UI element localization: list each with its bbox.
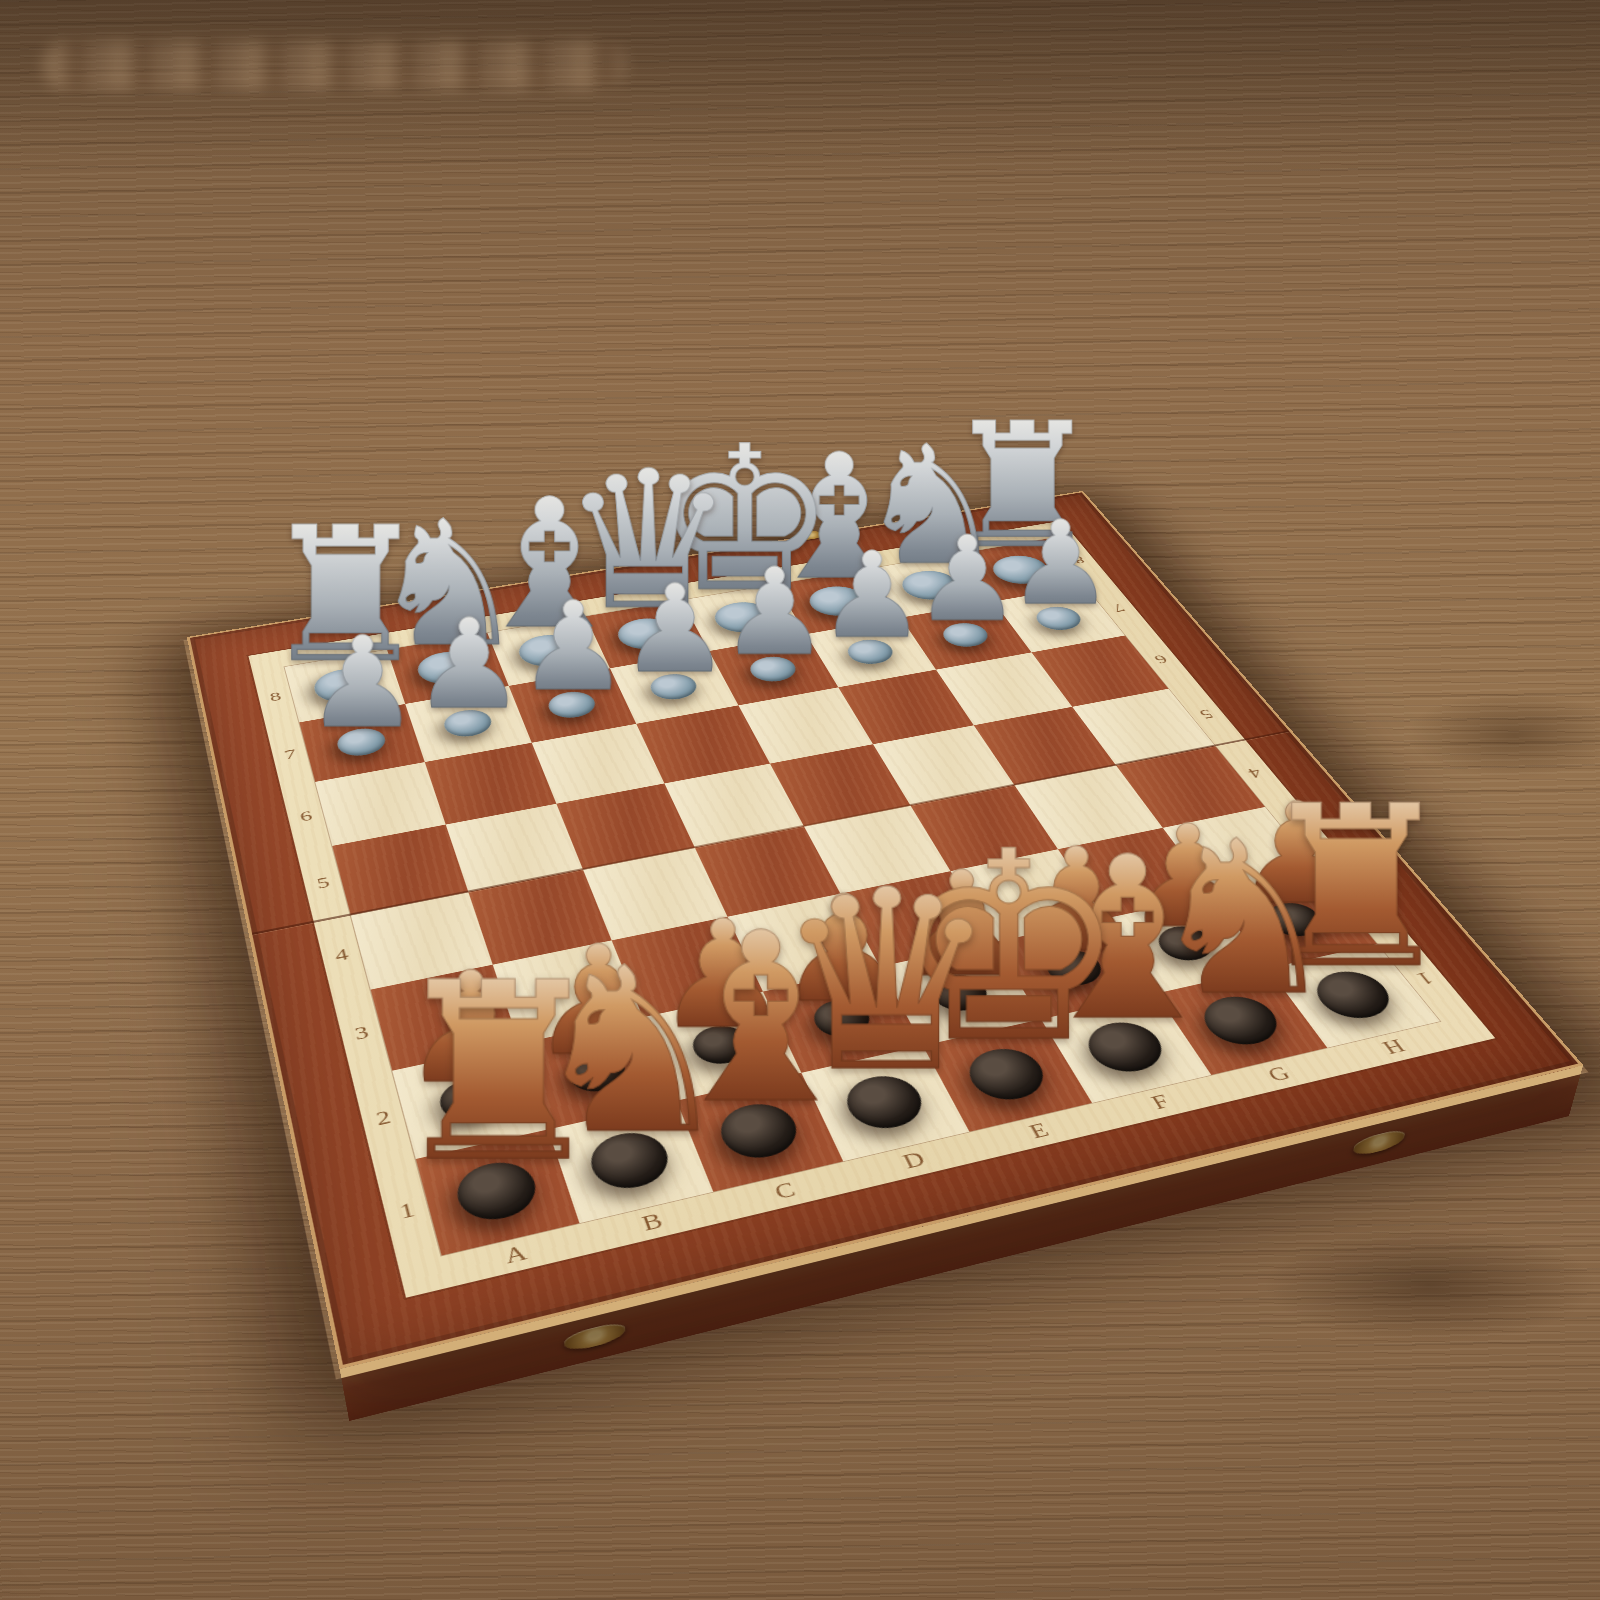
brass-clasp-left [563, 1320, 625, 1354]
board-scene: ABCDEFGH 87654321 87654321 ♜♞♝♛♚♝♞♜♟♟♟♟♟… [270, 295, 1330, 1355]
photo-scene: ABCDEFGH 87654321 87654321 ♜♞♝♛♚♝♞♜♟♟♟♟♟… [0, 0, 1600, 1600]
chess-board: ABCDEFGH 87654321 87654321 ♜♞♝♛♚♝♞♜♟♟♟♟♟… [187, 491, 1583, 1369]
blurred-watermark [42, 40, 628, 90]
brass-clasp-right [1352, 1127, 1407, 1158]
piece-glyph-white-R: ♜ [386, 950, 610, 1196]
piece-wR-a1[interactable]: ♜ [379, 950, 617, 1196]
